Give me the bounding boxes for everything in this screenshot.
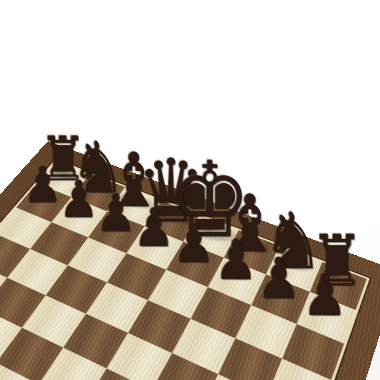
board-squares-grid (0, 159, 370, 380)
chess-set-photo: ♜♞♟♝♟♛♟♚♟♝♟♞♟♜♟♟ (0, 0, 380, 380)
chess-board (0, 141, 380, 380)
